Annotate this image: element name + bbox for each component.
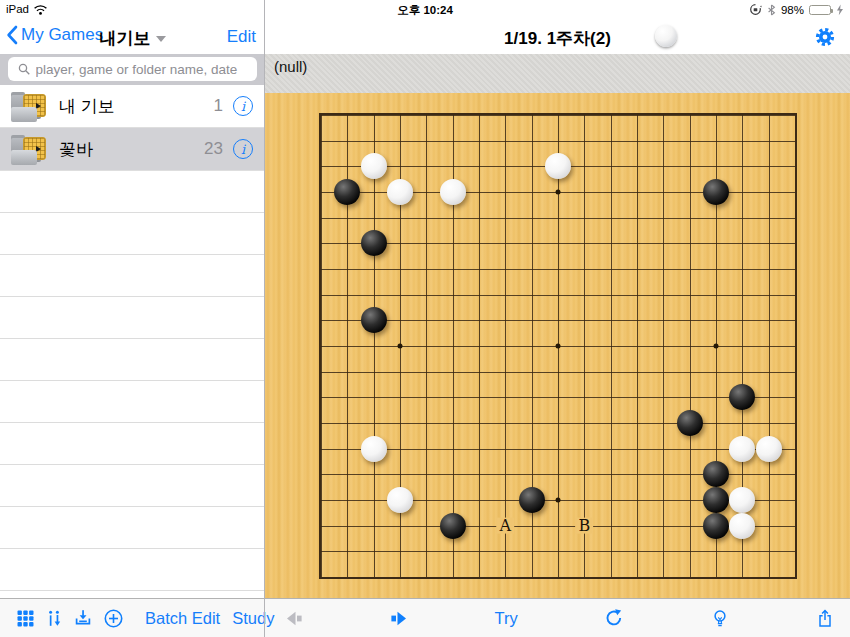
stone-white	[387, 179, 413, 205]
hint-button[interactable]	[711, 609, 729, 628]
status-clock: 오후 10:24	[0, 3, 850, 18]
stone-white	[440, 179, 466, 205]
go-board: AB	[319, 113, 797, 579]
sort-button[interactable]	[46, 610, 62, 627]
battery-icon	[809, 5, 831, 15]
import-button[interactable]	[74, 609, 92, 627]
grid-icon	[17, 610, 34, 627]
step-back-icon	[285, 611, 303, 626]
star-point	[398, 344, 403, 349]
folder-title-dropdown[interactable]: 내기보	[0, 27, 265, 50]
import-tray-icon	[74, 609, 92, 627]
game-panel: 1/19. 1주차(2) (null) AB	[265, 20, 850, 598]
share-button[interactable]	[816, 609, 834, 628]
move-option-label-B[interactable]: B	[575, 517, 593, 534]
step-forward-icon	[390, 611, 408, 626]
chevron-down-icon	[156, 36, 166, 42]
sidebar-nav-bar: My Games 내기보 Edit	[0, 20, 265, 54]
stone-white	[361, 153, 387, 179]
edit-button[interactable]: Edit	[227, 27, 256, 47]
try-button[interactable]: Try	[495, 609, 518, 628]
stone-white	[729, 487, 755, 513]
stone-black	[519, 487, 545, 513]
replay-button[interactable]	[604, 608, 624, 628]
comment-field[interactable]: (null)	[265, 54, 850, 93]
battery-percent: 98%	[781, 4, 804, 16]
stone-white	[729, 513, 755, 539]
sort-icon	[46, 610, 62, 627]
goban-area: AB	[265, 93, 850, 598]
folder-row-kkotba-selected[interactable]: 꽃바 23 i	[0, 128, 265, 171]
game-title: 1/19. 1주차(2)	[265, 27, 850, 50]
lightbulb-icon	[711, 609, 729, 628]
folder-icon	[10, 134, 46, 165]
stone-black	[440, 513, 466, 539]
stone-white	[387, 487, 413, 513]
gear-icon	[814, 26, 836, 48]
folder-name: 꽃바	[59, 138, 93, 161]
go-board-grid[interactable]: AB	[321, 115, 795, 577]
folder-count: 1	[214, 96, 223, 116]
search-icon	[18, 63, 31, 76]
batch-edit-button[interactable]: Batch Edit	[145, 609, 220, 628]
stone-black	[729, 384, 755, 410]
stone-black	[677, 410, 703, 436]
info-icon[interactable]: i	[233, 139, 253, 159]
next-move-button[interactable]	[390, 611, 408, 626]
share-icon	[816, 609, 834, 628]
status-bar: iPad 오후 10:24 98%	[0, 0, 850, 20]
charging-bolt-icon	[836, 4, 844, 16]
stone-white	[729, 436, 755, 462]
stone-white	[756, 436, 782, 462]
previous-move-button[interactable]	[285, 611, 303, 626]
stone-black	[703, 179, 729, 205]
stone-white	[361, 436, 387, 462]
empty-list-rows	[0, 171, 265, 598]
folder-list: 내 기보 1 i 꽃바 23 i	[0, 85, 265, 171]
star-point	[556, 498, 561, 503]
folder-row-my-kifu[interactable]: 내 기보 1 i	[0, 85, 265, 128]
folder-name: 내 기보	[59, 95, 115, 118]
star-point	[556, 190, 561, 195]
stone-black	[361, 230, 387, 256]
stone-white	[545, 153, 571, 179]
library-toolbar: Batch Edit Study	[0, 599, 265, 637]
stone-black	[703, 461, 729, 487]
add-button[interactable]	[104, 609, 123, 628]
grid-view-button[interactable]	[17, 610, 34, 627]
sidebar: My Games 내기보 Edit	[0, 20, 265, 598]
settings-button[interactable]	[814, 26, 836, 48]
folder-icon	[10, 91, 46, 122]
star-point	[556, 344, 561, 349]
plus-circle-icon	[104, 609, 123, 628]
rotate-clockwise-icon	[604, 608, 624, 628]
star-point	[714, 344, 719, 349]
panel-divider	[264, 0, 265, 637]
bluetooth-icon	[767, 4, 776, 16]
search-input[interactable]	[36, 62, 248, 77]
game-toolbar: Try	[265, 599, 850, 637]
app-screen: iPad 오후 10:24 98%	[0, 0, 850, 637]
info-icon[interactable]: i	[233, 96, 253, 116]
stone-black	[703, 487, 729, 513]
stone-black	[361, 307, 387, 333]
bottom-toolbar: Batch Edit Study Try	[0, 598, 850, 637]
search-field[interactable]	[8, 57, 257, 81]
orientation-lock-icon	[749, 3, 762, 16]
folder-count: 23	[204, 139, 223, 159]
move-option-label-A[interactable]: A	[497, 517, 515, 534]
search-band	[0, 54, 265, 85]
white-to-play-stone-icon	[655, 25, 677, 47]
stone-black	[703, 513, 729, 539]
stone-black	[334, 179, 360, 205]
game-nav-bar: 1/19. 1주차(2)	[265, 20, 850, 54]
